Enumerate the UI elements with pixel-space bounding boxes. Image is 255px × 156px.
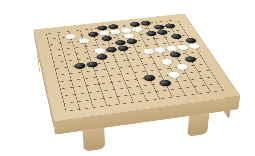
stone-black — [142, 74, 156, 81]
stone-white — [160, 59, 173, 66]
stone-white — [65, 34, 77, 40]
stone-white — [93, 48, 105, 54]
star-point — [153, 38, 156, 39]
star-point — [97, 83, 100, 85]
product-photo-scene — [0, 0, 255, 156]
stone-black — [145, 31, 157, 37]
stone-white — [131, 27, 143, 33]
stone-black — [183, 56, 197, 63]
star-point — [127, 59, 130, 60]
stone-black — [139, 20, 151, 25]
stone-black — [114, 40, 126, 46]
stone-white — [165, 46, 178, 52]
stone-white — [109, 29, 121, 35]
star-point — [172, 74, 175, 76]
stone-white — [78, 38, 90, 44]
stone-black — [125, 38, 137, 44]
stone-white — [176, 44, 189, 50]
stone-black — [168, 51, 181, 57]
stone-black — [158, 79, 172, 86]
stone-black — [95, 54, 108, 61]
stone-black — [156, 29, 168, 35]
stone-white — [142, 48, 155, 54]
stone-black — [73, 62, 86, 69]
stone-black — [86, 61, 99, 68]
stone-black — [105, 46, 117, 52]
stone-black — [170, 33, 183, 39]
star-point — [84, 46, 87, 47]
board-leg — [83, 128, 106, 152]
stone-white — [167, 71, 181, 78]
stone-white — [154, 47, 167, 53]
stone-black — [87, 31, 99, 37]
goban-body — [34, 14, 241, 121]
stone-black — [164, 23, 176, 29]
board-leg — [187, 113, 209, 137]
stone-white — [188, 43, 201, 49]
stone-white — [175, 63, 189, 70]
stone-black — [100, 35, 112, 41]
stone-black — [116, 45, 129, 51]
